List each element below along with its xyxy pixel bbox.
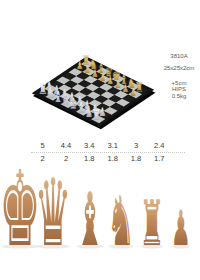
product-photo: ♜♞♟♝♟♛♟♚♟♝♟♞♟♟♜♟♟♜♟♟♞♟♝♟♛♟♚♟♝♟♞♜ 3810A 2… [0, 0, 200, 280]
product-specs: 3810A 25x25x2cm +5cm HIPS 0.5kg [154, 53, 200, 99]
size-chart-bishop-piece: ♝ [75, 177, 105, 255]
board-piece-gold-pawn: ♟ [92, 68, 99, 79]
board-piece-gold-pawn: ♟ [76, 60, 83, 71]
board-piece-silver-rook: ♜ [91, 107, 101, 124]
size-chart-pawn-piece: ♟ [171, 200, 191, 255]
size-chart-queen-piece: ♛ [34, 159, 72, 255]
board-piece-gold-pawn: ♟ [130, 86, 137, 97]
board-piece-gold-pawn: ♟ [99, 71, 106, 82]
board-piece-gold-pawn: ♟ [122, 83, 129, 94]
piece-lineup: ♚♛♝♞♜♟ [0, 130, 200, 255]
product-weight: 0.5kg [154, 93, 200, 99]
board-piece-gold-pawn: ♟ [84, 64, 91, 75]
product-model: 3810A [154, 53, 200, 59]
size-chart-knight-piece: ♞ [107, 181, 135, 255]
board-piece-gold-pawn: ♟ [114, 79, 121, 90]
size-chart-rook-piece: ♜ [139, 187, 164, 255]
board-piece-gold-pawn: ♟ [107, 75, 114, 86]
product-board-size: 25x25x2cm [154, 65, 200, 71]
